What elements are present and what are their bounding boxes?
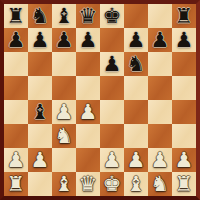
white-rook-piece[interactable]: ♜: [175, 172, 194, 196]
square-d6[interactable]: [76, 52, 100, 76]
square-c1[interactable]: ♝: [52, 172, 76, 196]
white-pawn-piece[interactable]: ♟: [79, 100, 98, 124]
square-h7[interactable]: ♟: [172, 28, 196, 52]
black-pawn-piece[interactable]: ♟: [151, 28, 170, 52]
black-pawn-piece[interactable]: ♟: [31, 28, 50, 52]
black-king-piece[interactable]: ♚: [103, 4, 122, 28]
square-h4[interactable]: [172, 100, 196, 124]
square-f3[interactable]: [124, 124, 148, 148]
square-b4[interactable]: ♝: [28, 100, 52, 124]
square-b7[interactable]: ♟: [28, 28, 52, 52]
square-e3[interactable]: [100, 124, 124, 148]
black-knight-piece[interactable]: ♞: [127, 52, 146, 76]
square-g6[interactable]: [148, 52, 172, 76]
square-c4[interactable]: ♟: [52, 100, 76, 124]
square-h8[interactable]: ♜: [172, 4, 196, 28]
square-f5[interactable]: [124, 76, 148, 100]
square-b2[interactable]: ♟: [28, 148, 52, 172]
square-d7[interactable]: ♟: [76, 28, 100, 52]
square-c2[interactable]: [52, 148, 76, 172]
white-knight-piece[interactable]: ♞: [151, 172, 170, 196]
black-pawn-piece[interactable]: ♟: [79, 28, 98, 52]
square-e2[interactable]: ♟: [100, 148, 124, 172]
square-h2[interactable]: ♟: [172, 148, 196, 172]
square-e1[interactable]: ♚: [100, 172, 124, 196]
black-rook-piece[interactable]: ♜: [175, 4, 194, 28]
black-pawn-piece[interactable]: ♟: [103, 52, 122, 76]
square-a5[interactable]: [4, 76, 28, 100]
square-a2[interactable]: ♟: [4, 148, 28, 172]
white-knight-piece[interactable]: ♞: [55, 124, 74, 148]
white-bishop-piece[interactable]: ♝: [55, 172, 74, 196]
square-a4[interactable]: [4, 100, 28, 124]
white-bishop-piece[interactable]: ♝: [127, 172, 146, 196]
square-f1[interactable]: ♝: [124, 172, 148, 196]
white-pawn-piece[interactable]: ♟: [31, 148, 50, 172]
square-e8[interactable]: ♚: [100, 4, 124, 28]
square-g3[interactable]: [148, 124, 172, 148]
square-d5[interactable]: [76, 76, 100, 100]
square-b6[interactable]: [28, 52, 52, 76]
square-c8[interactable]: ♝: [52, 4, 76, 28]
square-b5[interactable]: [28, 76, 52, 100]
square-b3[interactable]: [28, 124, 52, 148]
square-g5[interactable]: [148, 76, 172, 100]
square-a3[interactable]: [4, 124, 28, 148]
square-d4[interactable]: ♟: [76, 100, 100, 124]
white-pawn-piece[interactable]: ♟: [103, 148, 122, 172]
square-e4[interactable]: [100, 100, 124, 124]
square-h1[interactable]: ♜: [172, 172, 196, 196]
square-e6[interactable]: ♟: [100, 52, 124, 76]
black-pawn-piece[interactable]: ♟: [175, 28, 194, 52]
square-c3[interactable]: ♞: [52, 124, 76, 148]
square-f6[interactable]: ♞: [124, 52, 148, 76]
square-g7[interactable]: ♟: [148, 28, 172, 52]
black-bishop-piece[interactable]: ♝: [31, 100, 50, 124]
square-a1[interactable]: ♜: [4, 172, 28, 196]
black-knight-piece[interactable]: ♞: [31, 4, 50, 28]
white-pawn-piece[interactable]: ♟: [175, 148, 194, 172]
square-h6[interactable]: [172, 52, 196, 76]
square-d2[interactable]: [76, 148, 100, 172]
white-queen-piece[interactable]: ♛: [79, 172, 98, 196]
square-c5[interactable]: [52, 76, 76, 100]
square-g8[interactable]: [148, 4, 172, 28]
square-h3[interactable]: [172, 124, 196, 148]
black-pawn-piece[interactable]: ♟: [127, 28, 146, 52]
square-h5[interactable]: [172, 76, 196, 100]
square-c6[interactable]: [52, 52, 76, 76]
square-a6[interactable]: [4, 52, 28, 76]
white-pawn-piece[interactable]: ♟: [7, 148, 26, 172]
square-f7[interactable]: ♟: [124, 28, 148, 52]
square-d1[interactable]: ♛: [76, 172, 100, 196]
square-a8[interactable]: ♜: [4, 4, 28, 28]
board-grid: ♜♞♝♛♚♜♟♟♟♟♟♟♟♟♞♝♟♟♞♟♟♟♟♟♟♜♝♛♚♝♞♜: [4, 4, 196, 196]
square-d3[interactable]: [76, 124, 100, 148]
square-d8[interactable]: ♛: [76, 4, 100, 28]
square-f4[interactable]: [124, 100, 148, 124]
square-g4[interactable]: [148, 100, 172, 124]
black-rook-piece[interactable]: ♜: [7, 4, 26, 28]
square-b1[interactable]: [28, 172, 52, 196]
square-c7[interactable]: ♟: [52, 28, 76, 52]
white-pawn-piece[interactable]: ♟: [127, 148, 146, 172]
square-f8[interactable]: [124, 4, 148, 28]
black-bishop-piece[interactable]: ♝: [55, 4, 74, 28]
square-f2[interactable]: ♟: [124, 148, 148, 172]
square-e5[interactable]: [100, 76, 124, 100]
black-queen-piece[interactable]: ♛: [79, 4, 98, 28]
square-a7[interactable]: ♟: [4, 28, 28, 52]
white-king-piece[interactable]: ♚: [103, 172, 122, 196]
black-pawn-piece[interactable]: ♟: [7, 28, 26, 52]
square-g2[interactable]: ♟: [148, 148, 172, 172]
square-b8[interactable]: ♞: [28, 4, 52, 28]
white-rook-piece[interactable]: ♜: [7, 172, 26, 196]
chess-board: ♜♞♝♛♚♜♟♟♟♟♟♟♟♟♞♝♟♟♞♟♟♟♟♟♟♜♝♛♚♝♞♜: [0, 0, 200, 200]
square-g1[interactable]: ♞: [148, 172, 172, 196]
black-pawn-piece[interactable]: ♟: [55, 28, 74, 52]
white-pawn-piece[interactable]: ♟: [55, 100, 74, 124]
white-pawn-piece[interactable]: ♟: [151, 148, 170, 172]
square-e7[interactable]: [100, 28, 124, 52]
